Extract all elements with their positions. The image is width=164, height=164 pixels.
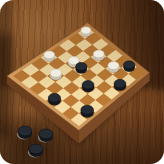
board-far-shading (13, 27, 144, 126)
white-piece-r0c7[interactable] (81, 27, 92, 37)
black-piece-r5c3[interactable] (82, 80, 94, 92)
captured-black-piece-2 (38, 129, 53, 142)
checkers-board (0, 0, 164, 164)
black-piece-r3c4[interactable] (76, 62, 88, 73)
app-icon (0, 0, 164, 164)
captured-black-piece-1 (17, 126, 32, 139)
black-piece-r7c5[interactable] (114, 79, 126, 91)
white-piece-r3c6[interactable] (93, 50, 104, 61)
white-piece-r5c6[interactable] (108, 61, 120, 72)
black-piece-r4c0[interactable] (48, 93, 61, 105)
captured-black-piece-3 (28, 144, 43, 157)
black-piece-r6c7[interactable] (124, 61, 136, 72)
white-piece-r0c3[interactable] (44, 51, 55, 62)
white-piece-r2c2[interactable] (50, 69, 62, 80)
black-piece-r7c1[interactable] (81, 105, 94, 118)
